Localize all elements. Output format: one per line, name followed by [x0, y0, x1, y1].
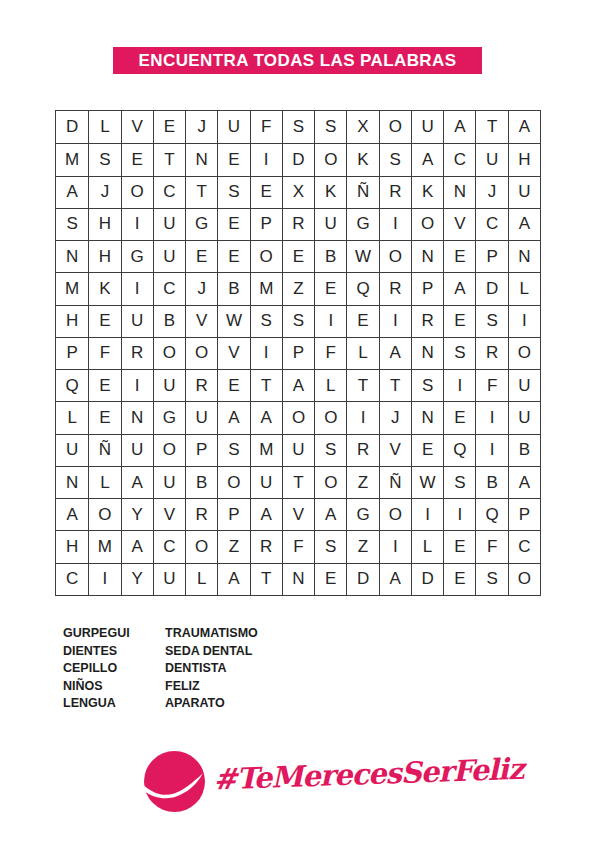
grid-cell-r5c4: U [153, 240, 185, 272]
grid-cell-r6c3: I [121, 272, 153, 304]
grid-cell-r8c3: R [121, 337, 153, 369]
grid-cell-r4c3: I [121, 208, 153, 240]
grid-cell-r1c5: J [185, 111, 217, 143]
grid-cell-r1c6: U [217, 111, 249, 143]
grid-cell-r9c6: E [217, 369, 249, 401]
grid-cell-r6c14: D [475, 272, 507, 304]
grid-cell-r15c11: A [379, 563, 411, 595]
grid-cell-r11c10: R [346, 434, 378, 466]
grid-cell-r4c14: C [475, 208, 507, 240]
grid-cell-r14c1: H [56, 530, 88, 562]
grid-cell-r11c7: M [250, 434, 282, 466]
grid-cell-r9c5: R [185, 369, 217, 401]
grid-cell-r13c12: I [411, 498, 443, 530]
grid-cell-r2c15: H [508, 143, 540, 175]
grid-cell-r12c12: W [411, 466, 443, 498]
grid-cell-r13c10: G [346, 498, 378, 530]
grid-cell-r3c15: U [508, 176, 540, 208]
grid-cell-r10c14: I [475, 401, 507, 433]
grid-cell-r12c5: B [185, 466, 217, 498]
grid-cell-r15c12: D [411, 563, 443, 595]
grid-cell-r12c13: S [443, 466, 475, 498]
grid-cell-r12c4: U [153, 466, 185, 498]
word-list-item: APARATO [165, 695, 258, 713]
grid-cell-r4c12: O [411, 208, 443, 240]
grid-cell-r8c6: V [217, 337, 249, 369]
grid-cell-r13c7: A [250, 498, 282, 530]
grid-cell-r5c5: E [185, 240, 217, 272]
grid-cell-r12c8: T [282, 466, 314, 498]
grid-cell-r8c14: R [475, 337, 507, 369]
grid-cell-r4c10: G [346, 208, 378, 240]
grid-cell-r1c3: V [121, 111, 153, 143]
grid-cell-r15c14: S [475, 563, 507, 595]
grid-cell-r13c14: Q [475, 498, 507, 530]
grid-cell-r13c15: P [508, 498, 540, 530]
grid-cell-r8c9: F [314, 337, 346, 369]
grid-cell-r6c2: K [88, 272, 120, 304]
grid-cell-r8c2: F [88, 337, 120, 369]
grid-cell-r6c1: M [56, 272, 88, 304]
grid-cell-r4c9: U [314, 208, 346, 240]
grid-cell-r11c5: P [185, 434, 217, 466]
grid-cell-r15c3: Y [121, 563, 153, 595]
grid-cell-r11c9: S [314, 434, 346, 466]
grid-cell-r6c4: C [153, 272, 185, 304]
grid-cell-r1c10: X [346, 111, 378, 143]
grid-cell-r2c9: O [314, 143, 346, 175]
grid-cell-r5c8: E [282, 240, 314, 272]
grid-cell-r8c7: I [250, 337, 282, 369]
grid-cell-r12c2: L [88, 466, 120, 498]
grid-cell-r7c5: V [185, 305, 217, 337]
grid-cell-r5c2: H [88, 240, 120, 272]
grid-cell-r11c14: I [475, 434, 507, 466]
grid-cell-r1c15: A [508, 111, 540, 143]
grid-cell-r15c2: I [88, 563, 120, 595]
grid-cell-r2c6: E [217, 143, 249, 175]
grid-cell-r4c11: I [379, 208, 411, 240]
word-list-item: FELIZ [165, 678, 258, 696]
grid-cell-r4c5: G [185, 208, 217, 240]
hashtag-text: #TeMerecesSerFeliz [212, 753, 473, 796]
grid-cell-r3c3: O [121, 176, 153, 208]
grid-cell-r5c9: B [314, 240, 346, 272]
grid-cell-r14c9: S [314, 530, 346, 562]
grid-cell-r8c5: O [185, 337, 217, 369]
grid-cell-r10c10: I [346, 401, 378, 433]
grid-cell-r6c10: Q [346, 272, 378, 304]
grid-cell-r5c7: O [250, 240, 282, 272]
grid-cell-r9c14: F [475, 369, 507, 401]
word-list-item: SEDA DENTAL [165, 643, 258, 661]
grid-cell-r8c13: S [443, 337, 475, 369]
grid-cell-r5c3: G [121, 240, 153, 272]
grid-cell-r2c1: M [56, 143, 88, 175]
grid-cell-r4c4: U [153, 208, 185, 240]
grid-cell-r4c8: R [282, 208, 314, 240]
grid-cell-r7c7: S [250, 305, 282, 337]
grid-cell-r8c12: N [411, 337, 443, 369]
grid-cell-r3c6: S [217, 176, 249, 208]
grid-cell-r6c5: J [185, 272, 217, 304]
grid-cell-r2c14: U [475, 143, 507, 175]
grid-cell-r4c6: E [217, 208, 249, 240]
grid-cell-r1c13: A [443, 111, 475, 143]
grid-cell-r11c15: B [508, 434, 540, 466]
grid-cell-r11c11: V [379, 434, 411, 466]
grid-cell-r9c9: L [314, 369, 346, 401]
grid-cell-r5c14: P [475, 240, 507, 272]
grid-cell-r9c13: I [443, 369, 475, 401]
word-list-item: CEPILLO [63, 660, 165, 678]
grid-cell-r5c13: E [443, 240, 475, 272]
grid-cell-r1c14: T [475, 111, 507, 143]
word-list-item: DENTISTA [165, 660, 258, 678]
grid-cell-r10c15: U [508, 401, 540, 433]
grid-cell-r14c4: C [153, 530, 185, 562]
grid-cell-r3c9: K [314, 176, 346, 208]
grid-cell-r11c3: U [121, 434, 153, 466]
grid-cell-r3c8: X [282, 176, 314, 208]
grid-cell-r7c2: E [88, 305, 120, 337]
grid-cell-r15c7: T [250, 563, 282, 595]
grid-cell-r2c2: S [88, 143, 120, 175]
grid-cell-r9c4: U [153, 369, 185, 401]
grid-cell-r9c11: T [379, 369, 411, 401]
grid-cell-r6c9: E [314, 272, 346, 304]
grid-cell-r11c8: U [282, 434, 314, 466]
grid-cell-r9c15: U [508, 369, 540, 401]
grid-cell-r10c5: U [185, 401, 217, 433]
grid-cell-r11c1: U [56, 434, 88, 466]
grid-cell-r10c13: E [443, 401, 475, 433]
grid-cell-r8c11: A [379, 337, 411, 369]
grid-cell-r2c10: K [346, 143, 378, 175]
word-list-column-1: GURPEGUIDIENTESCEPILLONIÑOSLENGUA [63, 625, 165, 713]
grid-cell-r10c4: G [153, 401, 185, 433]
grid-cell-r11c12: E [411, 434, 443, 466]
grid-cell-r13c3: Y [121, 498, 153, 530]
grid-cell-r3c2: J [88, 176, 120, 208]
grid-cell-r14c7: R [250, 530, 282, 562]
grid-cell-r4c7: P [250, 208, 282, 240]
grid-cell-r8c4: O [153, 337, 185, 369]
grid-cell-r9c7: T [250, 369, 282, 401]
grid-cell-r2c7: I [250, 143, 282, 175]
grid-cell-r10c8: O [282, 401, 314, 433]
word-list: GURPEGUIDIENTESCEPILLONIÑOSLENGUA TRAUMA… [63, 625, 258, 713]
grid-cell-r9c8: A [282, 369, 314, 401]
grid-cell-r8c1: P [56, 337, 88, 369]
grid-cell-r5c6: E [217, 240, 249, 272]
page-title-text: ENCUENTRA TODAS LAS PALABRAS [139, 51, 457, 71]
word-list-item: LENGUA [63, 695, 165, 713]
grid-cell-r2c13: C [443, 143, 475, 175]
grid-cell-r8c10: L [346, 337, 378, 369]
grid-cell-r7c1: H [56, 305, 88, 337]
grid-cell-r13c13: I [443, 498, 475, 530]
grid-cell-r14c2: M [88, 530, 120, 562]
grid-cell-r1c7: F [250, 111, 282, 143]
grid-cell-r7c13: E [443, 305, 475, 337]
grid-cell-r11c2: Ñ [88, 434, 120, 466]
page-title: ENCUENTRA TODAS LAS PALABRAS [113, 47, 482, 74]
grid-cell-r7c4: B [153, 305, 185, 337]
grid-cell-r10c11: J [379, 401, 411, 433]
grid-cell-r11c4: O [153, 434, 185, 466]
word-search-grid: DLVEJUFSSXOUATAMSETNEIDOKSACUHAJOCTSEXKÑ… [55, 110, 541, 596]
grid-cell-r6c8: Z [282, 272, 314, 304]
grid-cell-r12c11: Ñ [379, 466, 411, 498]
grid-cell-r9c10: T [346, 369, 378, 401]
grid-cell-r14c3: A [121, 530, 153, 562]
grid-cell-r7c9: I [314, 305, 346, 337]
grid-cell-r10c2: E [88, 401, 120, 433]
grid-cell-r4c1: S [56, 208, 88, 240]
grid-cell-r3c13: N [443, 176, 475, 208]
grid-cell-r6c13: A [443, 272, 475, 304]
grid-cell-r7c10: E [346, 305, 378, 337]
grid-cell-r3c12: K [411, 176, 443, 208]
grid-cell-r1c2: L [88, 111, 120, 143]
grid-cell-r10c9: O [314, 401, 346, 433]
word-list-column-2: TRAUMATISMOSEDA DENTALDENTISTAFELIZAPARA… [165, 625, 258, 713]
grid-cell-r9c1: Q [56, 369, 88, 401]
grid-cell-r6c6: B [217, 272, 249, 304]
grid-cell-r2c8: D [282, 143, 314, 175]
word-list-item: GURPEGUI [63, 625, 165, 643]
grid-cell-r8c8: P [282, 337, 314, 369]
grid-cell-r14c10: Z [346, 530, 378, 562]
grid-cell-r1c8: S [282, 111, 314, 143]
grid-cell-r15c1: C [56, 563, 88, 595]
grid-cell-r10c1: L [56, 401, 88, 433]
grid-cell-r2c4: T [153, 143, 185, 175]
grid-cell-r12c7: U [250, 466, 282, 498]
grid-cell-r6c15: L [508, 272, 540, 304]
grid-cell-r12c1: N [56, 466, 88, 498]
grid-cell-r14c11: I [379, 530, 411, 562]
grid-cell-r9c12: S [411, 369, 443, 401]
grid-cell-r7c3: U [121, 305, 153, 337]
grid-cell-r14c8: F [282, 530, 314, 562]
grid-cell-r10c7: A [250, 401, 282, 433]
grid-cell-r9c3: I [121, 369, 153, 401]
grid-cell-r12c6: O [217, 466, 249, 498]
grid-cell-r12c3: A [121, 466, 153, 498]
grid-cell-r5c1: N [56, 240, 88, 272]
grid-cell-r4c2: H [88, 208, 120, 240]
grid-cell-r10c3: N [121, 401, 153, 433]
grid-cell-r3c14: J [475, 176, 507, 208]
grid-cell-r15c13: E [443, 563, 475, 595]
grid-cell-r7c12: R [411, 305, 443, 337]
word-list-item: DIENTES [63, 643, 165, 661]
grid-cell-r6c12: P [411, 272, 443, 304]
grid-cell-r12c9: O [314, 466, 346, 498]
grid-cell-r14c5: O [185, 530, 217, 562]
grid-cell-r15c4: U [153, 563, 185, 595]
grid-cell-r13c9: A [314, 498, 346, 530]
grid-cell-r14c15: C [508, 530, 540, 562]
grid-cell-r13c8: V [282, 498, 314, 530]
word-list-item: NIÑOS [63, 678, 165, 696]
grid-cell-r14c14: F [475, 530, 507, 562]
grid-cell-r7c11: I [379, 305, 411, 337]
word-list-item: TRAUMATISMO [165, 625, 258, 643]
grid-cell-r6c7: M [250, 272, 282, 304]
grid-cell-r12c15: A [508, 466, 540, 498]
grid-cell-r15c6: A [217, 563, 249, 595]
grid-cell-r14c6: Z [217, 530, 249, 562]
grid-cell-r11c13: Q [443, 434, 475, 466]
grid-cell-r1c9: S [314, 111, 346, 143]
grid-cell-r2c3: E [121, 143, 153, 175]
grid-cell-r2c12: A [411, 143, 443, 175]
grid-cell-r15c5: L [185, 563, 217, 595]
smile-logo-icon [144, 751, 205, 812]
grid-cell-r13c4: V [153, 498, 185, 530]
grid-cell-r4c13: V [443, 208, 475, 240]
grid-cell-r7c14: S [475, 305, 507, 337]
grid-cell-r13c11: O [379, 498, 411, 530]
grid-cell-r3c7: E [250, 176, 282, 208]
grid-cell-r1c1: D [56, 111, 88, 143]
grid-cell-r13c2: O [88, 498, 120, 530]
grid-cell-r7c8: S [282, 305, 314, 337]
grid-cell-r13c6: P [217, 498, 249, 530]
grid-cell-r5c12: N [411, 240, 443, 272]
grid-cell-r5c11: O [379, 240, 411, 272]
grid-cell-r14c12: L [411, 530, 443, 562]
grid-cell-r4c15: A [508, 208, 540, 240]
grid-cell-r13c5: R [185, 498, 217, 530]
grid-cell-r1c4: E [153, 111, 185, 143]
grid-cell-r11c6: S [217, 434, 249, 466]
grid-cell-r3c1: A [56, 176, 88, 208]
grid-cell-r3c5: T [185, 176, 217, 208]
grid-cell-r13c1: A [56, 498, 88, 530]
grid-cell-r7c15: I [508, 305, 540, 337]
grid-cell-r2c11: S [379, 143, 411, 175]
grid-cell-r12c10: Z [346, 466, 378, 498]
grid-cell-r6c11: R [379, 272, 411, 304]
grid-cell-r5c15: N [508, 240, 540, 272]
grid-cell-r15c8: N [282, 563, 314, 595]
grid-cell-r10c6: A [217, 401, 249, 433]
grid-cell-r10c12: N [411, 401, 443, 433]
grid-cell-r15c10: D [346, 563, 378, 595]
grid-cell-r7c6: W [217, 305, 249, 337]
grid-cell-r9c2: E [88, 369, 120, 401]
grid-cell-r1c12: U [411, 111, 443, 143]
grid-cell-r14c13: E [443, 530, 475, 562]
grid-cell-r15c9: E [314, 563, 346, 595]
grid-cell-r15c15: O [508, 563, 540, 595]
grid-cell-r12c14: B [475, 466, 507, 498]
grid-cell-r3c11: R [379, 176, 411, 208]
grid-cell-r3c10: Ñ [346, 176, 378, 208]
grid-cell-r8c15: O [508, 337, 540, 369]
footer: #TeMerecesSerFeliz [0, 748, 595, 818]
grid-cell-r1c11: O [379, 111, 411, 143]
grid-cell-r5c10: W [346, 240, 378, 272]
grid-cell-r3c4: C [153, 176, 185, 208]
grid-cell-r2c5: N [185, 143, 217, 175]
